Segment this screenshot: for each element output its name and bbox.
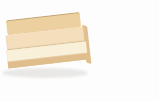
sorting-box: [3, 10, 90, 81]
product-photo: [0, 0, 159, 102]
